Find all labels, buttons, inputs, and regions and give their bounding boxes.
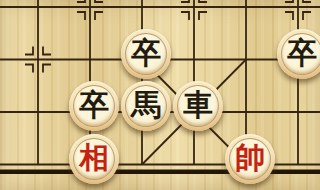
piece-glyph: 馬 [131,90,161,120]
piece-face: 卒 [73,85,115,127]
piece-face: 帥 [229,138,271,180]
piece-black-horse[interactable]: 馬 [121,81,171,131]
piece-red-general[interactable]: 帥 [225,134,275,184]
piece-black-soldier[interactable]: 卒 [69,81,119,131]
piece-glyph: 帥 [235,143,265,173]
piece-glyph: 相 [79,143,109,173]
piece-red-elephant[interactable]: 相 [69,134,119,184]
piece-black-soldier[interactable]: 卒 [121,29,171,79]
piece-black-chariot[interactable]: 車 [173,81,223,131]
xiangqi-board: 卒卒卒馬車相帥 [0,0,320,190]
piece-face: 車 [177,85,219,127]
piece-face: 卒 [281,33,320,75]
piece-face: 卒 [125,33,167,75]
piece-glyph: 卒 [287,38,317,68]
piece-glyph: 車 [183,90,213,120]
piece-glyph: 卒 [79,90,109,120]
piece-face: 相 [73,138,115,180]
piece-face: 馬 [125,85,167,127]
piece-glyph: 卒 [131,38,161,68]
piece-black-soldier[interactable]: 卒 [277,29,320,79]
